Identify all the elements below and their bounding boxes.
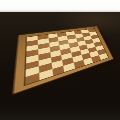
board-square[interactable]	[99, 53, 108, 60]
board-frame	[12, 26, 114, 95]
top-white-strip	[0, 0, 120, 12]
photo-of-chess-board	[0, 0, 120, 120]
chess-board	[12, 26, 114, 95]
